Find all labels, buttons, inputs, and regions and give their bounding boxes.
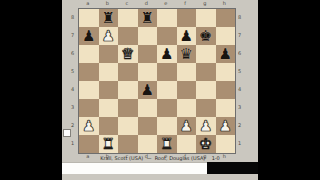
piece-white-rook-e1: ♜ xyxy=(160,135,173,153)
file-label-top-b: b xyxy=(98,0,118,7)
square-h1 xyxy=(216,135,236,153)
piece-white-pawn-a2: ♟ xyxy=(82,117,95,135)
square-h6: ♟ xyxy=(216,45,236,63)
square-e7 xyxy=(157,27,177,45)
rank-label-left-4: 4 xyxy=(69,80,76,98)
left-letterbox xyxy=(0,0,62,180)
piece-white-pawn-g2: ♟ xyxy=(199,117,212,135)
square-h5 xyxy=(216,63,236,81)
square-b2 xyxy=(99,117,119,135)
rank-label-left-6: 6 xyxy=(69,44,76,62)
square-c6: ♛ xyxy=(118,45,138,63)
piece-white-king-g1: ♚ xyxy=(199,135,212,153)
video-frame: abcdefgh 87654321 87654321 ♜♜♟♟♟♚♛♟♛♟♟♟♟… xyxy=(0,0,320,180)
square-f5 xyxy=(177,63,197,81)
square-c1 xyxy=(118,135,138,153)
piece-black-pawn-h6: ♟ xyxy=(219,45,232,63)
square-e6: ♟ xyxy=(157,45,177,63)
square-a4 xyxy=(79,81,99,99)
rank-label-left-7: 7 xyxy=(69,26,76,44)
chess-board: ♜♜♟♟♟♚♛♟♛♟♟♟♟♟♟♜♜♚ xyxy=(78,8,236,154)
piece-black-king-g7: ♚ xyxy=(199,27,212,45)
piece-white-queen-c6: ♛ xyxy=(121,45,134,63)
square-b5 xyxy=(99,63,119,81)
piece-black-pawn-d4: ♟ xyxy=(141,81,154,99)
square-a1 xyxy=(79,135,99,153)
square-g4 xyxy=(196,81,216,99)
square-b3 xyxy=(99,99,119,117)
players-result-line: Krall, Scott (USA) — Root, Douglas (USA)… xyxy=(62,155,258,162)
square-c5 xyxy=(118,63,138,81)
piece-white-pawn-b7: ♟ xyxy=(102,27,115,45)
rank-label-left-3: 3 xyxy=(69,98,76,116)
square-e5 xyxy=(157,63,177,81)
square-e8 xyxy=(157,9,177,27)
chess-stage: abcdefgh 87654321 87654321 ♜♜♟♟♟♚♛♟♛♟♟♟♟… xyxy=(62,0,258,180)
file-labels-top: abcdefgh xyxy=(78,0,234,7)
square-d5 xyxy=(138,63,158,81)
square-a2: ♟ xyxy=(79,117,99,135)
square-h8 xyxy=(216,9,236,27)
piece-white-rook-b1: ♜ xyxy=(102,135,115,153)
square-f3 xyxy=(177,99,197,117)
square-f4 xyxy=(177,81,197,99)
square-e1: ♜ xyxy=(157,135,177,153)
square-f7: ♟ xyxy=(177,27,197,45)
piece-black-pawn-a7: ♟ xyxy=(82,27,95,45)
piece-black-rook-d8: ♜ xyxy=(141,9,154,27)
rank-label-left-8: 8 xyxy=(69,8,76,26)
square-g3 xyxy=(196,99,216,117)
square-g6 xyxy=(196,45,216,63)
square-d1 xyxy=(138,135,158,153)
rank-label-right-5: 5 xyxy=(236,62,243,80)
piece-black-pawn-e6: ♟ xyxy=(160,45,173,63)
square-f2: ♟ xyxy=(177,117,197,135)
square-g5 xyxy=(196,63,216,81)
square-g7: ♚ xyxy=(196,27,216,45)
square-h3 xyxy=(216,99,236,117)
square-h2: ♟ xyxy=(216,117,236,135)
square-f1 xyxy=(177,135,197,153)
square-f8 xyxy=(177,9,197,27)
square-g8 xyxy=(196,9,216,27)
square-a3 xyxy=(79,99,99,117)
square-h7 xyxy=(216,27,236,45)
square-b8: ♜ xyxy=(99,9,119,27)
side-to-move-indicator xyxy=(63,129,71,137)
rank-label-right-7: 7 xyxy=(236,26,243,44)
square-c2 xyxy=(118,117,138,135)
square-e2 xyxy=(157,117,177,135)
square-d4: ♟ xyxy=(138,81,158,99)
square-a6 xyxy=(79,45,99,63)
square-d7 xyxy=(138,27,158,45)
file-label-top-c: c xyxy=(117,0,137,7)
square-d3 xyxy=(138,99,158,117)
file-label-top-d: d xyxy=(137,0,157,7)
square-f6: ♛ xyxy=(177,45,197,63)
square-d6 xyxy=(138,45,158,63)
square-b1: ♜ xyxy=(99,135,119,153)
file-label-top-a: a xyxy=(78,0,98,7)
game-info-box: Event : ch-USA Seniors 2023, Saint Louis… xyxy=(62,162,207,174)
file-label-top-e: e xyxy=(156,0,176,7)
piece-black-rook-b8: ♜ xyxy=(102,9,115,27)
square-b7: ♟ xyxy=(99,27,119,45)
square-c7 xyxy=(118,27,138,45)
square-e4 xyxy=(157,81,177,99)
square-b4 xyxy=(99,81,119,99)
square-a8 xyxy=(79,9,99,27)
square-g2: ♟ xyxy=(196,117,216,135)
square-d2 xyxy=(138,117,158,135)
square-b6 xyxy=(99,45,119,63)
square-c3 xyxy=(118,99,138,117)
file-label-top-h: h xyxy=(215,0,235,7)
right-letterbox xyxy=(258,0,320,180)
rank-label-right-1: 1 xyxy=(236,134,243,152)
square-a7: ♟ xyxy=(79,27,99,45)
square-d8: ♜ xyxy=(138,9,158,27)
rank-labels-right: 87654321 xyxy=(236,8,243,152)
piece-white-pawn-f2: ♟ xyxy=(180,117,193,135)
square-h4 xyxy=(216,81,236,99)
piece-white-pawn-h2: ♟ xyxy=(219,117,232,135)
square-a5 xyxy=(79,63,99,81)
square-c8 xyxy=(118,9,138,27)
rank-label-right-3: 3 xyxy=(236,98,243,116)
rank-label-right-2: 2 xyxy=(236,116,243,134)
rank-label-left-5: 5 xyxy=(69,62,76,80)
square-g1: ♚ xyxy=(196,135,216,153)
square-c4 xyxy=(118,81,138,99)
rank-label-right-8: 8 xyxy=(236,8,243,26)
rank-label-right-4: 4 xyxy=(236,80,243,98)
info-box-shadow xyxy=(207,162,258,174)
rank-label-right-6: 6 xyxy=(236,44,243,62)
file-label-top-f: f xyxy=(176,0,196,7)
piece-black-pawn-f7: ♟ xyxy=(180,27,193,45)
piece-black-queen-f6: ♛ xyxy=(180,45,193,63)
file-label-top-g: g xyxy=(195,0,215,7)
square-e3 xyxy=(157,99,177,117)
